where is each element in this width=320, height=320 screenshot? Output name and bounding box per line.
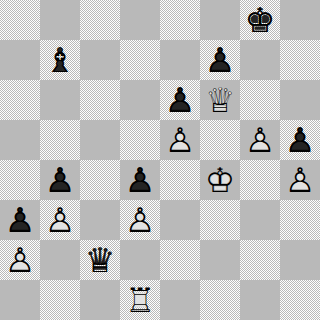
piece-outline-glyph: ♙ <box>160 120 200 160</box>
square-h6[interactable] <box>280 80 320 120</box>
square-c5[interactable] <box>80 120 120 160</box>
square-h7[interactable] <box>280 40 320 80</box>
square-b7[interactable]: ♝♗ <box>40 40 80 80</box>
piece-white-rook[interactable]: ♜♖ <box>120 280 160 320</box>
square-g1[interactable] <box>240 280 280 320</box>
square-c1[interactable] <box>80 280 120 320</box>
square-a4[interactable] <box>0 160 40 200</box>
piece-outline-glyph: ♗ <box>40 40 80 80</box>
square-d8[interactable] <box>120 0 160 40</box>
piece-outline-glyph: ♙ <box>120 160 160 200</box>
piece-fill-glyph: ♟ <box>0 240 40 280</box>
square-f7[interactable]: ♟♙ <box>200 40 240 80</box>
piece-white-pawn[interactable]: ♟♙ <box>120 200 160 240</box>
piece-outline-glyph: ♙ <box>280 160 320 200</box>
piece-black-pawn[interactable]: ♟♙ <box>40 160 80 200</box>
piece-outline-glyph: ♙ <box>200 40 240 80</box>
square-e2[interactable] <box>160 240 200 280</box>
square-f4[interactable]: ♚♔ <box>200 160 240 200</box>
square-e8[interactable] <box>160 0 200 40</box>
square-g8[interactable]: ♚♔ <box>240 0 280 40</box>
piece-black-pawn[interactable]: ♟♙ <box>160 80 200 120</box>
piece-outline-glyph: ♖ <box>120 280 160 320</box>
piece-fill-glyph: ♚ <box>200 160 240 200</box>
square-f5[interactable] <box>200 120 240 160</box>
piece-black-pawn[interactable]: ♟♙ <box>280 120 320 160</box>
piece-black-queen[interactable]: ♛♕ <box>80 240 120 280</box>
piece-fill-glyph: ♜ <box>120 280 160 320</box>
piece-fill-glyph: ♟ <box>0 200 40 240</box>
square-d4[interactable]: ♟♙ <box>120 160 160 200</box>
piece-outline-glyph: ♙ <box>40 160 80 200</box>
piece-outline-glyph: ♙ <box>160 80 200 120</box>
square-c3[interactable] <box>80 200 120 240</box>
square-d6[interactable] <box>120 80 160 120</box>
square-c6[interactable] <box>80 80 120 120</box>
piece-white-king[interactable]: ♚♔ <box>200 160 240 200</box>
piece-fill-glyph: ♝ <box>40 40 80 80</box>
square-f6[interactable]: ♛♕ <box>200 80 240 120</box>
square-b2[interactable] <box>40 240 80 280</box>
piece-fill-glyph: ♟ <box>40 160 80 200</box>
piece-black-pawn[interactable]: ♟♙ <box>120 160 160 200</box>
square-b4[interactable]: ♟♙ <box>40 160 80 200</box>
square-g4[interactable] <box>240 160 280 200</box>
piece-outline-glyph: ♙ <box>0 200 40 240</box>
square-f1[interactable] <box>200 280 240 320</box>
piece-fill-glyph: ♟ <box>200 40 240 80</box>
chess-board: ♚♔♝♗♟♙♟♙♛♕♟♙♟♙♟♙♟♙♟♙♚♔♟♙♟♙♟♙♟♙♟♙♛♕♜♖ <box>0 0 320 320</box>
piece-fill-glyph: ♟ <box>280 160 320 200</box>
piece-white-pawn[interactable]: ♟♙ <box>280 160 320 200</box>
piece-white-pawn[interactable]: ♟♙ <box>0 240 40 280</box>
square-g3[interactable] <box>240 200 280 240</box>
square-c4[interactable] <box>80 160 120 200</box>
square-g7[interactable] <box>240 40 280 80</box>
square-a6[interactable] <box>0 80 40 120</box>
piece-outline-glyph: ♙ <box>280 120 320 160</box>
square-a3[interactable]: ♟♙ <box>0 200 40 240</box>
piece-white-pawn[interactable]: ♟♙ <box>40 200 80 240</box>
square-b1[interactable] <box>40 280 80 320</box>
square-d1[interactable]: ♜♖ <box>120 280 160 320</box>
piece-fill-glyph: ♛ <box>200 80 240 120</box>
square-f8[interactable] <box>200 0 240 40</box>
square-h2[interactable] <box>280 240 320 280</box>
square-a8[interactable] <box>0 0 40 40</box>
square-g2[interactable] <box>240 240 280 280</box>
square-a2[interactable]: ♟♙ <box>0 240 40 280</box>
square-e1[interactable] <box>160 280 200 320</box>
square-h1[interactable] <box>280 280 320 320</box>
square-f3[interactable] <box>200 200 240 240</box>
piece-outline-glyph: ♙ <box>240 120 280 160</box>
square-h3[interactable] <box>280 200 320 240</box>
square-a1[interactable] <box>0 280 40 320</box>
square-d2[interactable] <box>120 240 160 280</box>
piece-fill-glyph: ♟ <box>280 120 320 160</box>
piece-white-queen[interactable]: ♛♕ <box>200 80 240 120</box>
square-c2[interactable]: ♛♕ <box>80 240 120 280</box>
square-b8[interactable] <box>40 0 80 40</box>
piece-outline-glyph: ♔ <box>200 160 240 200</box>
piece-fill-glyph: ♟ <box>40 200 80 240</box>
square-e5[interactable]: ♟♙ <box>160 120 200 160</box>
piece-fill-glyph: ♟ <box>160 80 200 120</box>
piece-white-pawn[interactable]: ♟♙ <box>160 120 200 160</box>
square-e6[interactable]: ♟♙ <box>160 80 200 120</box>
piece-outline-glyph: ♙ <box>40 200 80 240</box>
piece-fill-glyph: ♟ <box>120 160 160 200</box>
piece-white-pawn[interactable]: ♟♙ <box>240 120 280 160</box>
piece-fill-glyph: ♛ <box>80 240 120 280</box>
square-e7[interactable] <box>160 40 200 80</box>
piece-outline-glyph: ♕ <box>80 240 120 280</box>
piece-outline-glyph: ♔ <box>240 0 280 40</box>
piece-outline-glyph: ♙ <box>0 240 40 280</box>
square-f2[interactable] <box>200 240 240 280</box>
square-d5[interactable] <box>120 120 160 160</box>
piece-fill-glyph: ♟ <box>240 120 280 160</box>
piece-fill-glyph: ♚ <box>240 0 280 40</box>
square-b5[interactable] <box>40 120 80 160</box>
square-c7[interactable] <box>80 40 120 80</box>
piece-black-pawn[interactable]: ♟♙ <box>200 40 240 80</box>
piece-black-bishop[interactable]: ♝♗ <box>40 40 80 80</box>
square-a5[interactable] <box>0 120 40 160</box>
piece-black-pawn[interactable]: ♟♙ <box>0 200 40 240</box>
square-h8[interactable] <box>280 0 320 40</box>
square-e3[interactable] <box>160 200 200 240</box>
square-e4[interactable] <box>160 160 200 200</box>
square-a7[interactable] <box>0 40 40 80</box>
piece-fill-glyph: ♟ <box>160 120 200 160</box>
piece-outline-glyph: ♙ <box>120 200 160 240</box>
square-b3[interactable]: ♟♙ <box>40 200 80 240</box>
chess-board-container: ♚♔♝♗♟♙♟♙♛♕♟♙♟♙♟♙♟♙♟♙♚♔♟♙♟♙♟♙♟♙♟♙♛♕♜♖ <box>0 0 320 320</box>
square-h5[interactable]: ♟♙ <box>280 120 320 160</box>
square-d7[interactable] <box>120 40 160 80</box>
piece-fill-glyph: ♟ <box>120 200 160 240</box>
piece-outline-glyph: ♕ <box>200 80 240 120</box>
square-c8[interactable] <box>80 0 120 40</box>
square-g6[interactable] <box>240 80 280 120</box>
square-g5[interactable]: ♟♙ <box>240 120 280 160</box>
square-d3[interactable]: ♟♙ <box>120 200 160 240</box>
square-h4[interactable]: ♟♙ <box>280 160 320 200</box>
piece-black-king[interactable]: ♚♔ <box>240 0 280 40</box>
square-b6[interactable] <box>40 80 80 120</box>
